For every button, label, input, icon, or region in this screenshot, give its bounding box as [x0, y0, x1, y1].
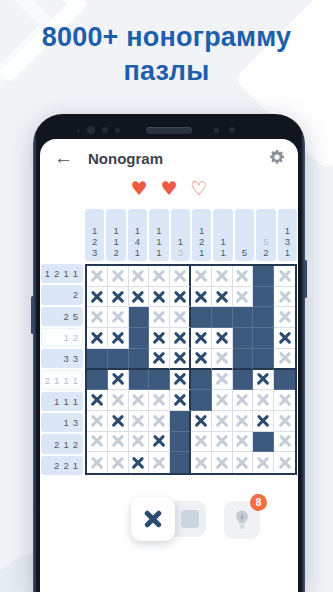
cross-mark-icon — [277, 434, 292, 449]
cross-mark-icon — [110, 310, 125, 325]
grid-cell[interactable] — [129, 349, 150, 370]
cross-mark-icon — [214, 413, 229, 428]
grid-cell[interactable] — [191, 390, 212, 411]
cross-mark-icon — [256, 393, 271, 408]
clue-number: 1 — [178, 236, 183, 247]
promo-title: 8000+ нонограмму пазлы — [0, 20, 333, 88]
grid-cell[interactable] — [108, 432, 129, 453]
x-mark-icon — [143, 509, 164, 530]
grid-cell[interactable] — [274, 328, 295, 349]
grid-cell[interactable] — [149, 452, 170, 473]
phone-volume-button — [31, 296, 34, 334]
clue-number: 2 — [63, 311, 68, 322]
cross-mark-icon — [193, 455, 208, 470]
cross-mark-icon — [193, 330, 208, 345]
grid-cell[interactable] — [170, 390, 191, 411]
cross-mark-icon — [214, 330, 229, 345]
cross-mark-icon — [214, 372, 229, 387]
cross-mark-icon — [172, 351, 187, 366]
grid-cell[interactable] — [212, 287, 233, 308]
grid-cell[interactable] — [129, 328, 150, 349]
grid-cell[interactable] — [129, 307, 150, 328]
grid-cell[interactable] — [253, 390, 274, 411]
grid-cell[interactable] — [87, 307, 108, 328]
col-clue-tile: 131 — [278, 209, 297, 261]
row-clue-tile: 33 — [41, 349, 83, 368]
grid-cell[interactable] — [149, 266, 170, 287]
cross-mark-icon — [110, 268, 125, 283]
cross-mark-icon — [256, 372, 271, 387]
clue-number: 2 — [73, 332, 78, 343]
grid-cell[interactable] — [108, 349, 129, 370]
grid-cell[interactable] — [274, 307, 295, 328]
clue-number: 1 — [285, 247, 290, 258]
clue-number: 1 — [135, 247, 140, 258]
hint-count-badge: 8 — [250, 494, 267, 511]
grid-cell[interactable] — [212, 307, 233, 328]
grid-cell[interactable] — [212, 411, 233, 432]
clue-number: 2 — [92, 236, 97, 247]
col-clue-tile: 111 — [149, 209, 168, 261]
grid-cell[interactable] — [129, 390, 150, 411]
life-heart-empty: ♡ — [191, 177, 208, 199]
grid-cell[interactable] — [253, 307, 274, 328]
sensor-dot — [115, 128, 120, 133]
cross-mark-icon — [110, 413, 125, 428]
grid-cell[interactable] — [191, 432, 212, 453]
clue-number: 2 — [73, 439, 78, 450]
grid-cell[interactable] — [212, 452, 233, 473]
cross-mark-icon — [193, 413, 208, 428]
promo-title-line1: 8000+ нонограмму — [0, 20, 333, 54]
clue-number: 1 — [63, 396, 68, 407]
grid-cell[interactable] — [191, 349, 212, 370]
cross-tool-button[interactable] — [131, 497, 175, 541]
promo-title-line2: пазлы — [0, 54, 333, 88]
grid-cell[interactable] — [274, 349, 295, 370]
clue-number: 5 — [242, 247, 247, 258]
cross-mark-icon — [89, 268, 104, 283]
clue-number: 3 — [178, 247, 183, 258]
grid-cell[interactable] — [233, 349, 254, 370]
cross-mark-icon — [172, 310, 187, 325]
grid-cell[interactable] — [233, 328, 254, 349]
grid-cell[interactable] — [170, 370, 191, 391]
cross-mark-icon — [89, 310, 104, 325]
clue-number: 2 — [63, 460, 68, 471]
cross-mark-icon — [214, 434, 229, 449]
grid-cell[interactable] — [149, 370, 170, 391]
grid-cell[interactable] — [191, 370, 212, 391]
cross-mark-icon — [89, 330, 104, 345]
grid-cell[interactable] — [108, 390, 129, 411]
clue-number: 1 — [285, 225, 290, 236]
cross-mark-icon — [235, 393, 250, 408]
sensor-dot — [102, 127, 108, 133]
clue-number: 2 — [73, 289, 78, 300]
grid-cell[interactable] — [253, 432, 274, 453]
back-button[interactable]: ← — [54, 147, 73, 169]
grid-cell[interactable] — [212, 349, 233, 370]
grid-cell[interactable] — [253, 349, 274, 370]
cross-mark-icon — [110, 393, 125, 408]
cross-mark-icon — [235, 268, 250, 283]
row-clue-tile: 12111 — [41, 370, 83, 389]
grid-cell[interactable] — [191, 266, 212, 287]
clue-number: 1 — [54, 375, 59, 386]
grid-cell[interactable] — [108, 307, 129, 328]
phone-power-button — [304, 260, 307, 298]
grid-cell[interactable] — [274, 266, 295, 287]
cross-mark-icon — [152, 455, 167, 470]
earpiece-speaker — [146, 127, 192, 134]
tool-segmented-control — [132, 501, 206, 537]
clue-number: 2 — [199, 236, 204, 247]
clue-number: 3 — [63, 353, 68, 364]
clue-number: 3 — [73, 417, 78, 428]
promo-screenshot: 8000+ нонограмму пазлы ← Nonogram ♥♥♡ 12… — [0, 0, 333, 592]
fill-tool-button[interactable] — [174, 501, 206, 537]
cross-mark-icon — [152, 289, 167, 304]
front-camera — [87, 126, 95, 134]
grid-cell[interactable] — [149, 390, 170, 411]
grid-cell[interactable] — [149, 307, 170, 328]
grid-cell[interactable] — [212, 432, 233, 453]
grid-cell[interactable] — [233, 287, 254, 308]
grid-cell[interactable] — [170, 287, 191, 308]
row-clue-tile: 221 — [41, 456, 83, 475]
grid-cell[interactable] — [274, 370, 295, 391]
grid-cell[interactable] — [129, 411, 150, 432]
cross-mark-icon — [235, 434, 250, 449]
hint-button[interactable]: 8 — [224, 501, 260, 539]
grid-cell[interactable] — [233, 307, 254, 328]
col-clue-tile: 13 — [171, 209, 190, 261]
grid-cell[interactable] — [191, 411, 212, 432]
row-clue-tile: 111 — [41, 392, 83, 411]
clue-number: 1 — [220, 236, 225, 247]
grid-cell[interactable] — [87, 390, 108, 411]
grid-cell[interactable] — [253, 287, 274, 308]
cross-mark-icon — [131, 455, 146, 470]
app-screen: ← Nonogram ♥♥♡ 1231121411111312111552131… — [40, 139, 298, 592]
grid-cell[interactable] — [87, 452, 108, 473]
clue-number: 3 — [285, 236, 290, 247]
grid-cell[interactable] — [191, 452, 212, 473]
cross-mark-icon — [172, 393, 187, 408]
cross-mark-icon — [277, 393, 292, 408]
col-clue-tile: 11 — [213, 209, 232, 261]
grid-cell[interactable] — [108, 266, 129, 287]
grid-cell[interactable] — [233, 266, 254, 287]
clue-number: 1 — [63, 439, 68, 450]
grid-cell[interactable] — [87, 370, 108, 391]
col-clue-tile: 112 — [106, 209, 125, 261]
grid-cell[interactable] — [108, 452, 129, 473]
grid-cell[interactable] — [253, 266, 274, 287]
grid-cell[interactable] — [191, 307, 212, 328]
grid-cell[interactable] — [129, 432, 150, 453]
clue-number: 1 — [113, 236, 118, 247]
grid-cell[interactable] — [212, 370, 233, 391]
grid-cell[interactable] — [191, 287, 212, 308]
clue-number: 1 — [73, 375, 78, 386]
clue-number: 5 — [73, 311, 78, 322]
cross-mark-icon — [193, 351, 208, 366]
col-clue-tile: 121 — [192, 209, 211, 261]
row-clues: 121122512331211111113212221 — [41, 264, 83, 475]
grid-cell[interactable] — [212, 266, 233, 287]
grid-cell[interactable] — [274, 411, 295, 432]
cross-mark-icon — [152, 434, 167, 449]
grid-cell[interactable] — [87, 266, 108, 287]
cross-mark-icon — [172, 289, 187, 304]
grid-cell[interactable] — [87, 287, 108, 308]
sensor-dot — [77, 129, 80, 132]
square-icon — [181, 510, 199, 528]
col-clue-tile: 5 — [235, 209, 254, 261]
clue-number: 2 — [54, 460, 59, 471]
clue-number: 2 — [54, 439, 59, 450]
grid-cell[interactable] — [129, 266, 150, 287]
cross-mark-icon — [152, 393, 167, 408]
cross-mark-icon — [89, 455, 104, 470]
grid-cell[interactable] — [149, 349, 170, 370]
col-clue-tile: 123 — [85, 209, 104, 261]
grid-cell[interactable] — [212, 390, 233, 411]
clue-number: 1 — [156, 225, 161, 236]
cross-mark-icon — [256, 455, 271, 470]
cross-mark-icon — [131, 268, 146, 283]
grid-cell[interactable] — [233, 370, 254, 391]
grid-cell[interactable] — [253, 411, 274, 432]
grid-cell[interactable] — [212, 328, 233, 349]
sensor-dot — [214, 128, 219, 133]
grid-cell[interactable] — [170, 328, 191, 349]
row-clue-tile: 2 — [41, 285, 83, 304]
clue-number: 1 — [92, 225, 97, 236]
grid-cell[interactable] — [170, 307, 191, 328]
clue-number: 1 — [63, 268, 68, 279]
cross-mark-icon — [214, 455, 229, 470]
cross-mark-icon — [277, 413, 292, 428]
grid-cell[interactable] — [170, 432, 191, 453]
grid-cell[interactable] — [233, 432, 254, 453]
grid-cell[interactable] — [149, 328, 170, 349]
cross-mark-icon — [110, 330, 125, 345]
cross-mark-icon — [277, 289, 292, 304]
cross-mark-icon — [110, 289, 125, 304]
row-clue-tile: 12 — [41, 328, 83, 347]
cross-mark-icon — [214, 268, 229, 283]
cross-mark-icon — [110, 434, 125, 449]
clue-number: 1 — [199, 225, 204, 236]
cross-mark-icon — [131, 434, 146, 449]
nonogram-grid — [85, 264, 297, 475]
row-clue-tile: 1211 — [41, 264, 83, 283]
cross-mark-icon — [256, 413, 271, 428]
life-heart-filled: ♥ — [130, 177, 147, 199]
grid-cell[interactable] — [87, 328, 108, 349]
grid-cell[interactable] — [149, 411, 170, 432]
cross-mark-icon — [277, 351, 292, 366]
grid-cell[interactable] — [253, 328, 274, 349]
phone-frame: ← Nonogram ♥♥♡ 1231121411111312111552131… — [33, 114, 305, 592]
clue-number: 1 — [220, 247, 225, 258]
clue-number: 1 — [135, 225, 140, 236]
clue-number: 1 — [63, 417, 68, 428]
clue-number: 1 — [73, 396, 78, 407]
clue-number: 1 — [54, 396, 59, 407]
grid-cell[interactable] — [129, 287, 150, 308]
grid-cell[interactable] — [253, 370, 274, 391]
clue-number: 1 — [63, 332, 68, 343]
cross-mark-icon — [152, 351, 167, 366]
grid-cell[interactable] — [191, 328, 212, 349]
clue-number: 2 — [113, 247, 118, 258]
cross-mark-icon — [277, 330, 292, 345]
cross-mark-icon — [193, 268, 208, 283]
grid-cell[interactable] — [274, 452, 295, 473]
grid-cell[interactable] — [129, 452, 150, 473]
cross-mark-icon — [214, 393, 229, 408]
grid-cell[interactable] — [170, 266, 191, 287]
cross-mark-icon — [235, 413, 250, 428]
cross-mark-icon — [131, 413, 146, 428]
life-heart-filled: ♥ — [160, 177, 177, 199]
grid-cell[interactable] — [274, 390, 295, 411]
cross-mark-icon — [110, 372, 125, 387]
cross-mark-icon — [172, 372, 187, 387]
clue-number: 1 — [63, 375, 68, 386]
cross-mark-icon — [172, 268, 187, 283]
grid-cell[interactable] — [108, 328, 129, 349]
clue-number: 2 — [263, 247, 268, 258]
cross-mark-icon — [277, 310, 292, 325]
cross-mark-icon — [235, 455, 250, 470]
clue-number: 1 — [73, 268, 78, 279]
cross-mark-icon — [214, 289, 229, 304]
row-clue-tile: 25 — [41, 307, 83, 326]
grid-cell[interactable] — [108, 370, 129, 391]
cross-mark-icon — [277, 268, 292, 283]
grid-cell[interactable] — [149, 287, 170, 308]
clue-number: 1 — [40, 375, 41, 386]
grid-cell[interactable] — [87, 411, 108, 432]
cross-mark-icon — [152, 310, 167, 325]
settings-gear-icon[interactable] — [268, 148, 286, 166]
cross-mark-icon — [131, 289, 146, 304]
grid-cell[interactable] — [149, 432, 170, 453]
clue-number: 1 — [156, 247, 161, 258]
clue-number: 1 — [156, 236, 161, 247]
clue-number: 2 — [54, 268, 59, 279]
cross-mark-icon — [110, 455, 125, 470]
grid-cell[interactable] — [170, 452, 191, 473]
grid-cell[interactable] — [253, 452, 274, 473]
cross-mark-icon — [152, 413, 167, 428]
col-clue-tile: 52 — [256, 209, 275, 261]
sensor-dot — [229, 127, 235, 133]
cross-mark-icon — [89, 289, 104, 304]
cross-mark-icon — [172, 330, 187, 345]
cross-mark-icon — [277, 455, 292, 470]
grid-cell[interactable] — [108, 287, 129, 308]
grid-cell[interactable] — [274, 432, 295, 453]
cross-mark-icon — [193, 289, 208, 304]
page-title: Nonogram — [88, 150, 163, 167]
grid-cell[interactable] — [170, 349, 191, 370]
lives-hearts: ♥♥♡ — [40, 177, 298, 199]
grid-cell[interactable] — [274, 287, 295, 308]
clue-number: 4 — [135, 236, 140, 247]
clue-number: 5 — [263, 236, 268, 247]
cross-mark-icon — [131, 393, 146, 408]
grid-cell[interactable] — [129, 370, 150, 391]
grid-cell[interactable] — [233, 411, 254, 432]
cross-mark-icon — [214, 351, 229, 366]
clue-number: 3 — [73, 353, 78, 364]
clue-number: 2 — [45, 375, 50, 386]
grid-cell[interactable] — [87, 349, 108, 370]
grid-cell[interactable] — [233, 452, 254, 473]
grid-cell[interactable] — [87, 432, 108, 453]
clue-number: 1 — [73, 460, 78, 471]
clue-number: 1 — [113, 225, 118, 236]
clue-number: 3 — [92, 247, 97, 258]
cross-mark-icon — [152, 330, 167, 345]
grid-cell[interactable] — [233, 390, 254, 411]
clue-number: 1 — [45, 268, 50, 279]
lightbulb-icon — [232, 508, 252, 532]
col-clue-tile: 141 — [128, 209, 147, 261]
row-clue-tile: 13 — [41, 413, 83, 432]
cross-mark-icon — [235, 289, 250, 304]
cross-mark-icon — [89, 413, 104, 428]
grid-cell[interactable] — [108, 411, 129, 432]
cross-mark-icon — [89, 393, 104, 408]
cross-mark-icon — [152, 268, 167, 283]
column-clues: 1231121411111312111552131 — [85, 209, 297, 261]
row-clue-tile: 212 — [41, 434, 83, 453]
cross-mark-icon — [193, 434, 208, 449]
clue-number: 1 — [199, 247, 204, 258]
grid-cell[interactable] — [170, 411, 191, 432]
cross-mark-icon — [89, 434, 104, 449]
